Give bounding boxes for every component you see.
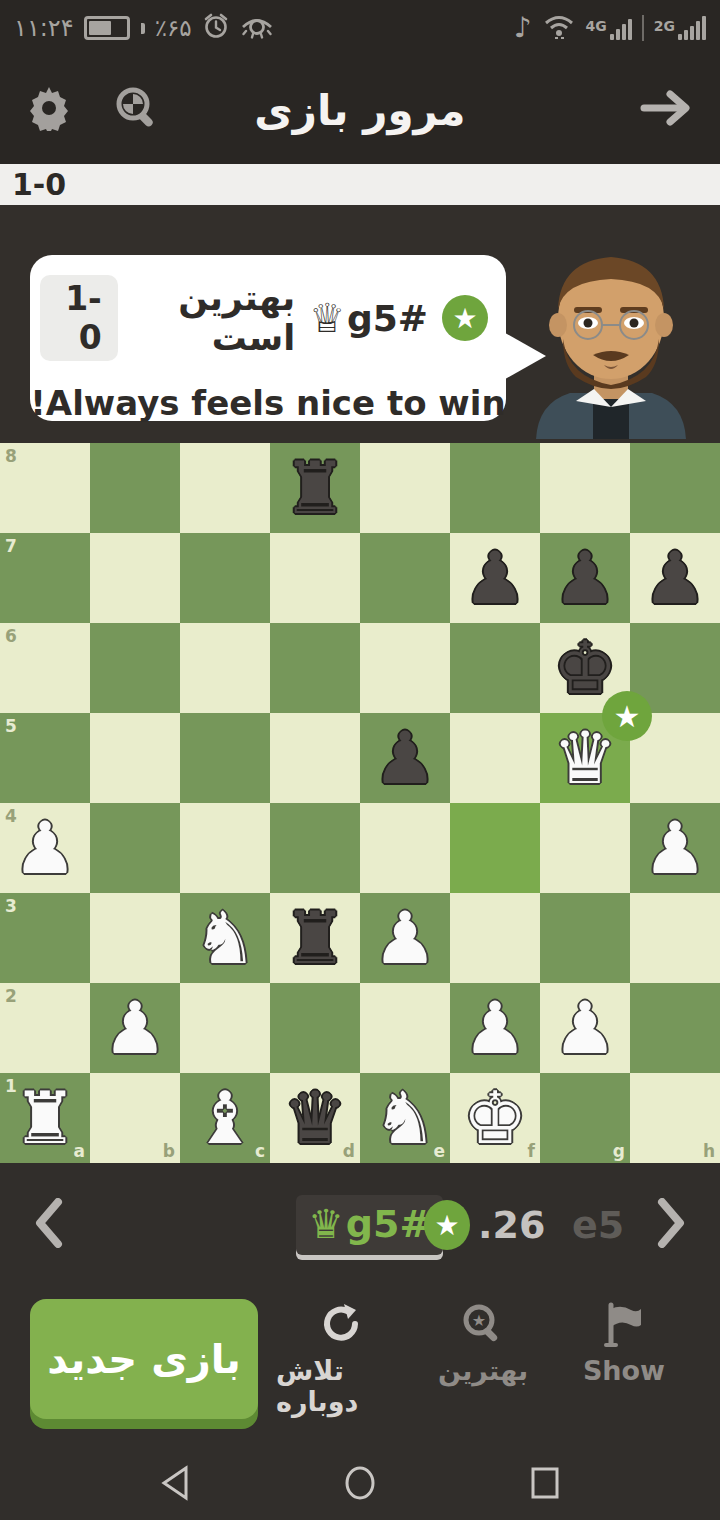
battery-percent: ٪۶۵ [155,15,192,41]
retry-label: تلاش دوباره [276,1355,406,1417]
page-title: مرور بازی [254,86,465,135]
result-bar: 1-0 [0,164,720,205]
piece-white-pawn[interactable]: ♟ [463,983,528,1073]
square-f1[interactable]: f♚ [450,1073,540,1163]
square-h3[interactable] [630,893,720,983]
piece-white-rook[interactable]: ♜ [13,1073,78,1163]
square-a6[interactable]: 6 [0,623,90,713]
rank-label-3: 3 [5,896,17,916]
current-move-text: g5# [346,1202,431,1246]
rank-label-8: 8 [5,446,17,466]
piece-black-pawn[interactable]: ♟ [373,713,438,803]
coach-speech-bubble: ★ ♕g5# بهترین است 1-0 Always feels nice … [30,255,506,421]
square-f3[interactable] [450,893,540,983]
piece-white-bishop[interactable]: ♝ [193,1073,258,1163]
move-number: .26 [478,1203,545,1247]
rank-label-5: 5 [5,716,17,736]
square-g1[interactable]: g [540,1073,630,1163]
square-c1[interactable]: c♝ [180,1073,270,1163]
screen: ۱۱:۲۴ ٪۶۵ ♪ 4G 2G [0,0,720,1520]
chess-board: 8♜7♟♟♟6♚5♟♛4♟♟3♞♜♟2♟♟♟1a♜bc♝d♛e♞f♚gh★ [0,443,720,1163]
coach-message: Always feels nice to win! [30,383,506,423]
new-game-button[interactable]: بازی جدید [30,1299,258,1419]
game-result: 1-0 [0,167,66,202]
eye-icon [240,12,274,44]
square-e4[interactable] [360,803,450,893]
status-bar: ۱۱:۲۴ ٪۶۵ ♪ 4G 2G [0,0,720,56]
result-badge: 1-0 [40,275,118,361]
square-b5[interactable] [90,713,180,803]
piece-white-pawn[interactable]: ♟ [643,803,708,893]
piece-white-pawn[interactable]: ♟ [373,893,438,983]
battery-icon [84,16,130,40]
file-label-c: c [255,1141,265,1161]
svg-text:★: ★ [472,1311,486,1330]
square-c6[interactable] [180,623,270,713]
square-c2[interactable] [180,983,270,1073]
best-move-notation: ♕g5# [309,295,428,341]
square-c7[interactable] [180,533,270,623]
piece-black-rook[interactable]: ♜ [283,893,348,983]
settings-gear-icon[interactable] [26,85,72,135]
square-f8[interactable] [450,443,540,533]
square-g8[interactable] [540,443,630,533]
square-d2[interactable] [270,983,360,1073]
square-a7[interactable]: 7 [0,533,90,623]
best-move-star-icon: ★ [442,295,488,341]
square-f7[interactable]: ♟ [450,533,540,623]
square-a2[interactable]: 2 [0,983,90,1073]
white-queen-icon: ♕ [309,295,345,341]
square-e6[interactable] [360,623,450,713]
signal-2g-icon: 2G [654,16,706,40]
square-g2[interactable]: ♟ [540,983,630,1073]
best-move-star-badge: ★ [424,1200,470,1250]
android-home-icon[interactable] [342,1464,378,1502]
square-e8[interactable] [360,443,450,533]
music-note-icon: ♪ [514,14,532,42]
square-a8[interactable]: 8 [0,443,90,533]
file-label-h: h [703,1141,715,1161]
piece-white-pawn[interactable]: ♟ [103,983,168,1073]
wifi-icon [542,12,576,44]
file-label-f: f [528,1141,535,1161]
network-2g-label: 2G [654,18,675,34]
rank-label-2: 2 [5,986,17,1006]
square-a5[interactable]: 5 [0,713,90,803]
previous-move-text[interactable]: e5 [572,1203,624,1247]
square-e7[interactable] [360,533,450,623]
square-c8[interactable] [180,443,270,533]
action-buttons-row: بازی جدید تلاش دوباره ★ بهترین Show [0,1287,720,1445]
square-h7[interactable]: ♟ [630,533,720,623]
show-button[interactable]: Show [566,1301,682,1386]
file-label-b: b [163,1141,175,1161]
piece-white-king[interactable]: ♚ [463,1073,528,1163]
piece-black-pawn[interactable]: ♟ [463,533,528,623]
square-h8[interactable] [630,443,720,533]
square-f4[interactable] [450,803,540,893]
square-e5[interactable]: ♟ [360,713,450,803]
signal-4g-icon: 4G [586,16,632,40]
square-e1[interactable]: e♞ [360,1073,450,1163]
file-label-d: d [343,1141,355,1161]
piece-white-pawn[interactable]: ♟ [553,983,618,1073]
rank-label-1: 1 [5,1076,17,1096]
status-separator [642,15,644,41]
android-navigation-bar [0,1445,720,1520]
rank-label-4: 4 [5,806,17,826]
coach-avatar [508,243,714,443]
square-a3[interactable]: 3 [0,893,90,983]
square-b2[interactable]: ♟ [90,983,180,1073]
square-f5[interactable] [450,713,540,803]
square-b8[interactable] [90,443,180,533]
retry-button[interactable]: تلاش دوباره [276,1301,406,1417]
square-b1[interactable]: b [90,1073,180,1163]
square-h2[interactable] [630,983,720,1073]
square-c5[interactable] [180,713,270,803]
square-b7[interactable] [90,533,180,623]
square-c4[interactable] [180,803,270,893]
square-b6[interactable] [90,623,180,713]
file-label-a: a [74,1141,85,1161]
header: مرور بازی [0,56,720,164]
coach-section: ★ ♕g5# بهترین است 1-0 Always feels nice … [0,205,720,443]
next-move-chevron-icon[interactable] [656,1198,686,1252]
show-flag-icon [603,1301,645,1347]
queen-icon: ♛ [308,1201,344,1247]
square-g7[interactable]: ♟ [540,533,630,623]
square-h4[interactable]: ♟ [630,803,720,893]
square-d6[interactable] [270,623,360,713]
piece-black-pawn[interactable]: ♟ [643,533,708,623]
battery-cap [141,23,145,34]
square-a4[interactable]: 4♟ [0,803,90,893]
square-d3[interactable]: ♜ [270,893,360,983]
square-b3[interactable] [90,893,180,983]
piece-black-queen[interactable]: ♛ [283,1073,348,1163]
android-back-icon[interactable] [158,1464,192,1502]
piece-black-pawn[interactable]: ♟ [553,533,618,623]
best-label: بهترین [438,1355,528,1386]
forward-arrow-icon[interactable] [640,88,692,132]
file-label-g: g [613,1141,625,1161]
square-e2[interactable] [360,983,450,1073]
previous-move-chevron-icon[interactable] [34,1198,64,1252]
best-magnifier-star-icon: ★ [460,1301,506,1347]
square-f6[interactable] [450,623,540,713]
file-label-e: e [433,1141,445,1161]
piece-white-knight[interactable]: ♞ [373,1073,438,1163]
current-move-chip[interactable]: ♛ g5# [296,1195,443,1255]
square-d7[interactable] [270,533,360,623]
square-d4[interactable] [270,803,360,893]
android-recents-icon[interactable] [528,1464,562,1502]
square-g4[interactable] [540,803,630,893]
square-b4[interactable] [90,803,180,893]
square-a1[interactable]: 1a♜ [0,1073,90,1163]
best-button[interactable]: ★ بهترین [428,1301,538,1386]
network-4g-label: 4G [586,18,607,34]
square-f2[interactable]: ♟ [450,983,540,1073]
square-d8[interactable]: ♜ [270,443,360,533]
square-d1[interactable]: d♛ [270,1073,360,1163]
move-navigation-bar: ♛ g5# ★ .26 e5 [0,1163,720,1287]
rank-label-7: 7 [5,536,17,556]
piece-white-pawn[interactable]: ♟ [13,803,78,893]
piece-white-knight[interactable]: ♞ [193,893,258,983]
retry-refresh-icon [318,1301,364,1347]
game-review-magnifier-icon[interactable] [112,83,162,137]
square-d5[interactable] [270,713,360,803]
best-move-text: بهترین است [132,278,295,358]
piece-black-rook[interactable]: ♜ [283,443,348,533]
square-g3[interactable] [540,893,630,983]
clock-time: ۱۱:۲۴ [14,14,74,42]
rank-label-6: 6 [5,626,17,646]
show-label: Show [583,1355,665,1386]
alarm-icon [202,12,230,44]
board-best-move-star-badge: ★ [602,691,652,741]
square-h1[interactable]: h [630,1073,720,1163]
square-e3[interactable]: ♟ [360,893,450,983]
square-c3[interactable]: ♞ [180,893,270,983]
